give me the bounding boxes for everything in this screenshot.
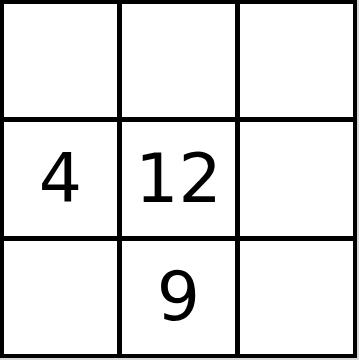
cell-r1c1[interactable]: 12	[122, 122, 235, 235]
cell-r0c1[interactable]	[122, 4, 235, 117]
cell-r1c0[interactable]: 4	[4, 122, 117, 235]
cell-r2c1[interactable]: 9	[122, 241, 235, 354]
cell-r1c2[interactable]	[240, 122, 353, 235]
puzzle-grid: 4 12 9	[0, 0, 357, 358]
cell-r2c2[interactable]	[240, 241, 353, 354]
cell-r2c0[interactable]	[4, 241, 117, 354]
cell-r0c0[interactable]	[4, 4, 117, 117]
cell-r0c2[interactable]	[240, 4, 353, 117]
